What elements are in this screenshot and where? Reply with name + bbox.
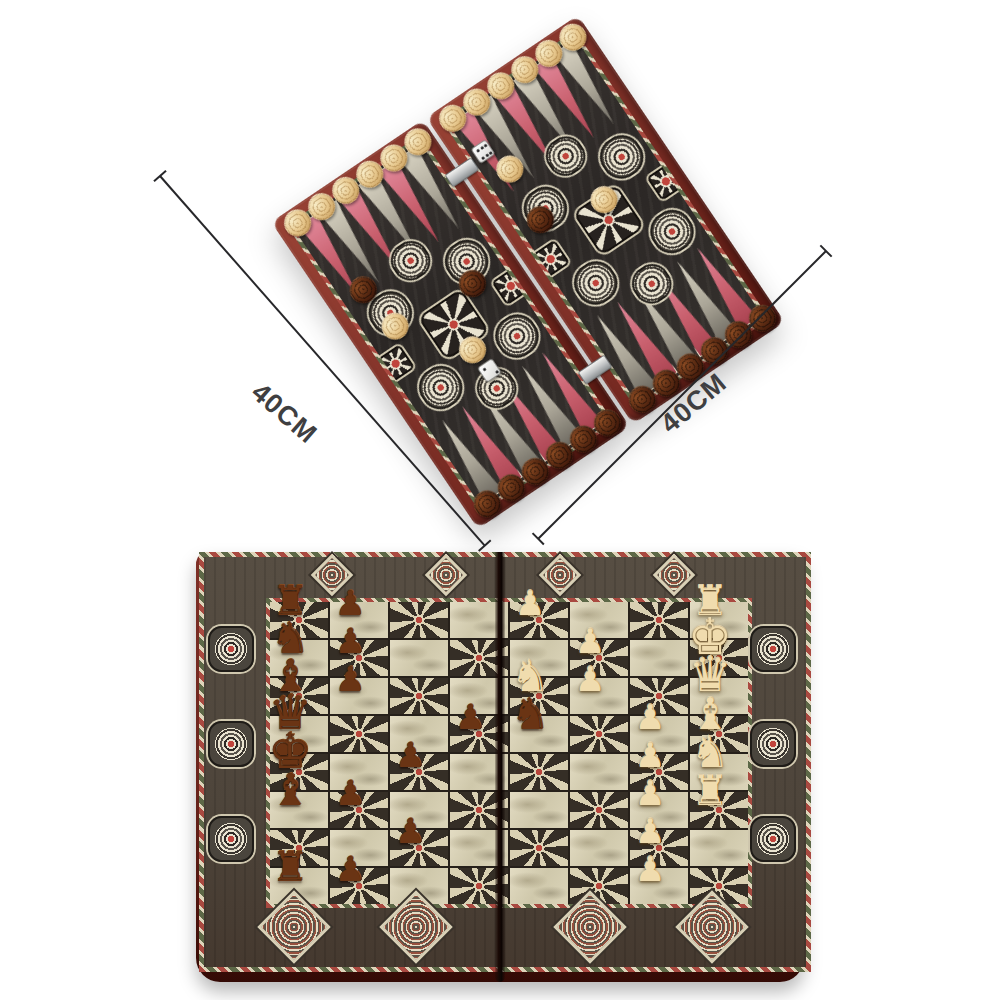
chess-square [630,602,688,638]
chess-square [510,716,568,752]
chess-square [390,792,448,828]
chess-square [630,830,688,866]
chess-square [570,754,628,790]
chess-square [690,602,748,638]
octagon-medallion-icon [208,816,254,862]
die-pip [485,153,489,157]
star-medallion-icon [646,162,685,201]
chess-square [330,602,388,638]
chess-square [330,754,388,790]
chess-square [330,868,388,904]
chess-square [630,868,688,904]
chess-square [270,830,328,866]
star-medallion-icon [491,267,530,306]
die-pip [484,143,488,147]
chess-square [510,792,568,828]
chess-square [570,678,628,714]
chess-square [510,602,568,638]
star-medallion-icon [376,344,415,383]
chess-square [270,678,328,714]
chess-board-face [199,552,811,972]
chess-square [330,678,388,714]
points-row [452,41,624,198]
points-row [297,145,469,302]
chess-square [690,716,748,752]
chess-square [690,792,748,828]
chess-square [510,830,568,866]
chess-square [390,640,448,676]
backgammon-board [271,15,785,529]
fold-seam [495,552,505,982]
chess-square [390,602,448,638]
octagon-medallion-icon [208,721,254,767]
diamond-medallion-icon [425,554,467,596]
die-pip [476,148,480,152]
chess-square [630,754,688,790]
chess-grid [266,598,752,908]
chess-square [690,754,748,790]
die-pip [483,368,487,372]
chess-square [390,830,448,866]
chess-square [390,754,448,790]
chess-square [270,602,328,638]
die-pip [482,156,486,160]
chess-square [630,792,688,828]
chess-square [630,640,688,676]
chess-square [570,792,628,828]
octagon-medallion-icon [208,626,254,672]
chess-square [330,792,388,828]
chess-square [690,678,748,714]
die-pip [495,370,499,374]
chess-square [570,640,628,676]
chess-square [690,830,748,866]
octagon-medallion-icon [750,721,796,767]
diamond-medallion-icon [539,554,581,596]
chess-square [510,640,568,676]
chess-square [510,754,568,790]
chess-square [630,678,688,714]
chess-square [270,792,328,828]
chess-square [330,640,388,676]
chess-square [570,830,628,866]
chess-square [570,716,628,752]
chess-square [270,640,328,676]
chess-square [330,830,388,866]
rosette-medallion-icon [593,128,651,186]
octagon-medallion-icon [750,626,796,672]
chess-square [330,716,388,752]
die-pip [489,151,493,155]
dimension-label-left: 40CM [245,377,323,450]
chess-square [570,602,628,638]
octagon-medallion-icon [750,816,796,862]
die-pip [480,146,484,150]
chess-square [390,716,448,752]
chess-square [630,716,688,752]
diamond-medallion-icon [311,554,353,596]
chess-square [510,868,568,904]
chess-square [390,678,448,714]
diamond-medallion-icon [653,554,695,596]
star-medallion-icon [531,240,570,279]
chess-square [690,640,748,676]
chess-square [270,716,328,752]
chess-square [270,754,328,790]
chess-square [510,678,568,714]
